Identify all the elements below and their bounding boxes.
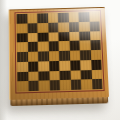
photo-background xyxy=(0,0,120,120)
square-r7c3[interactable] xyxy=(38,71,49,81)
square-r5c1[interactable] xyxy=(17,52,28,62)
square-r7c1[interactable] xyxy=(17,71,28,81)
square-r3c8[interactable] xyxy=(89,31,100,41)
square-r3c6[interactable] xyxy=(69,31,80,41)
square-r2c1[interactable] xyxy=(17,23,28,33)
square-r2c5[interactable] xyxy=(58,22,69,32)
square-r5c7[interactable] xyxy=(80,50,91,60)
square-r3c1[interactable] xyxy=(17,33,28,43)
square-r4c8[interactable] xyxy=(90,40,101,50)
square-r3c4[interactable] xyxy=(48,32,59,42)
square-r5c2[interactable] xyxy=(27,52,38,62)
square-r4c2[interactable] xyxy=(27,42,38,52)
square-r6c3[interactable] xyxy=(38,61,49,71)
wooden-board xyxy=(9,7,110,107)
square-r7c7[interactable] xyxy=(81,70,92,80)
square-r3c2[interactable] xyxy=(27,32,38,42)
square-r3c3[interactable] xyxy=(38,32,49,42)
square-r3c5[interactable] xyxy=(58,32,69,42)
square-r6c5[interactable] xyxy=(59,60,70,70)
square-r8c4[interactable] xyxy=(49,80,60,90)
square-r8c2[interactable] xyxy=(28,81,39,91)
square-r2c7[interactable] xyxy=(79,22,90,32)
square-r3c7[interactable] xyxy=(79,31,90,41)
square-r2c3[interactable] xyxy=(37,23,48,33)
square-r6c8[interactable] xyxy=(91,60,102,70)
square-r5c5[interactable] xyxy=(59,51,70,61)
square-r6c2[interactable] xyxy=(28,61,39,71)
square-r6c6[interactable] xyxy=(70,60,81,70)
square-r1c1[interactable] xyxy=(17,14,27,24)
square-r4c4[interactable] xyxy=(48,41,59,51)
board-frame xyxy=(9,7,109,100)
square-r4c1[interactable] xyxy=(17,42,28,52)
square-r8c5[interactable] xyxy=(60,80,71,90)
square-r8c8[interactable] xyxy=(91,79,102,89)
square-r1c3[interactable] xyxy=(37,13,48,23)
square-r8c3[interactable] xyxy=(38,81,49,91)
square-r8c6[interactable] xyxy=(70,80,81,90)
square-r6c4[interactable] xyxy=(49,61,60,71)
square-r7c6[interactable] xyxy=(70,70,81,80)
square-r8c1[interactable] xyxy=(17,81,28,91)
square-r6c7[interactable] xyxy=(80,60,91,70)
square-r5c4[interactable] xyxy=(48,51,59,61)
square-r1c4[interactable] xyxy=(47,13,58,23)
square-r4c5[interactable] xyxy=(59,41,70,51)
square-r4c3[interactable] xyxy=(38,42,49,52)
square-r7c8[interactable] xyxy=(91,69,102,79)
square-r5c6[interactable] xyxy=(69,50,80,60)
square-r2c2[interactable] xyxy=(27,23,38,33)
square-r7c2[interactable] xyxy=(28,71,39,81)
square-r2c4[interactable] xyxy=(48,22,59,32)
square-r1c5[interactable] xyxy=(58,13,69,23)
square-r1c8[interactable] xyxy=(89,12,100,22)
square-r4c6[interactable] xyxy=(69,41,80,51)
square-r8c7[interactable] xyxy=(81,79,92,89)
square-r1c7[interactable] xyxy=(78,12,89,22)
square-r1c6[interactable] xyxy=(68,12,79,22)
square-r6c1[interactable] xyxy=(17,62,28,72)
pinstripe-border xyxy=(15,10,105,94)
square-r5c3[interactable] xyxy=(38,51,49,61)
square-r7c4[interactable] xyxy=(49,70,60,80)
square-r7c5[interactable] xyxy=(59,70,70,80)
square-r2c6[interactable] xyxy=(68,22,79,32)
checkerboard-grid xyxy=(17,12,103,92)
square-r1c2[interactable] xyxy=(27,14,38,24)
square-r2c8[interactable] xyxy=(89,21,100,31)
square-r4c7[interactable] xyxy=(79,41,90,51)
square-r5c8[interactable] xyxy=(90,50,101,60)
